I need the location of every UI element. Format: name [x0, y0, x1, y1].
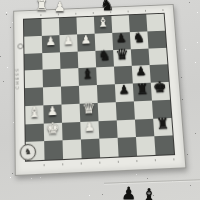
- piece-black-pawn-g5[interactable]: ♟: [135, 65, 146, 77]
- square-d1[interactable]: [81, 139, 100, 158]
- square-f3[interactable]: [116, 101, 135, 120]
- square-c6[interactable]: [60, 51, 78, 69]
- captured-black-knight[interactable]: ♞: [100, 0, 114, 13]
- piece-black-rook-h2[interactable]: ♜: [156, 116, 170, 131]
- captured-white-pawn[interactable]: ♟: [54, 0, 66, 13]
- square-c4[interactable]: [61, 86, 80, 105]
- square-d3[interactable]: ♛: [80, 103, 99, 122]
- square-d5[interactable]: ♝: [78, 68, 97, 86]
- piece-white-pawn-c7[interactable]: ♟: [63, 34, 74, 46]
- captured-black-bishop[interactable]: ♝: [141, 186, 157, 200]
- knight-icon: ♞: [24, 148, 31, 157]
- square-b6[interactable]: [42, 52, 60, 70]
- square-h6[interactable]: [148, 47, 167, 65]
- square-d2[interactable]: ♟: [80, 121, 99, 140]
- square-f5[interactable]: [114, 66, 133, 84]
- square-d7[interactable]: ♟: [77, 33, 95, 51]
- square-d8[interactable]: [76, 17, 94, 34]
- piece-white-queen-d3[interactable]: ♛: [82, 101, 96, 117]
- square-f2[interactable]: [117, 119, 136, 138]
- piece-white-king-b2[interactable]: ♚: [46, 121, 60, 137]
- square-a5[interactable]: [25, 70, 43, 88]
- square-h7[interactable]: [147, 30, 166, 48]
- square-f1[interactable]: [118, 137, 137, 156]
- square-f8[interactable]: [111, 15, 129, 32]
- square-c7[interactable]: ♟: [59, 34, 77, 52]
- square-e8[interactable]: ♝: [94, 16, 112, 33]
- square-h8[interactable]: [146, 14, 165, 31]
- board-grid: ♝♟♟♟♟♞♞♛♝♟♟♜♚♝♟♛♚♟♜: [23, 13, 175, 162]
- square-b7[interactable]: ♟: [42, 35, 60, 53]
- piece-black-bishop-d5[interactable]: ♝: [81, 67, 94, 81]
- square-c3[interactable]: [61, 104, 80, 123]
- square-f4[interactable]: ♟: [115, 83, 134, 101]
- square-g1[interactable]: [136, 136, 156, 155]
- square-b8[interactable]: [41, 18, 59, 35]
- piece-white-bishop-e8[interactable]: ♝: [96, 15, 109, 29]
- square-a6[interactable]: [24, 53, 42, 71]
- square-c8[interactable]: [59, 17, 77, 34]
- piece-white-pawn-b7[interactable]: ♟: [45, 35, 56, 47]
- piece-black-pawn-f7[interactable]: ♟: [116, 32, 127, 44]
- square-b5[interactable]: [43, 69, 61, 87]
- square-a2[interactable]: [25, 123, 44, 142]
- piece-white-bishop-a3[interactable]: ♝: [28, 104, 41, 119]
- square-e5[interactable]: [96, 67, 115, 85]
- piece-black-knight-g7[interactable]: ♞: [132, 30, 145, 44]
- piece-black-queen-f6[interactable]: ♛: [115, 47, 129, 62]
- square-e1[interactable]: [99, 138, 118, 157]
- square-g7[interactable]: ♞: [130, 31, 149, 49]
- piece-black-pawn-f4[interactable]: ♟: [118, 83, 129, 95]
- square-h2[interactable]: ♜: [153, 117, 173, 136]
- square-b2[interactable]: ♚: [44, 122, 63, 141]
- square-e3[interactable]: [98, 102, 117, 121]
- square-e2[interactable]: [98, 120, 117, 139]
- square-b4[interactable]: [43, 87, 62, 106]
- chess-board: CHESS ♝♟♟♟♟♞♞♛♝♟♟♜♚♝♟♛♚♟♜ ♞: [13, 4, 186, 176]
- square-e6[interactable]: ♞: [95, 50, 114, 68]
- square-b1[interactable]: [44, 141, 63, 160]
- piece-white-pawn-d2[interactable]: ♟: [84, 121, 95, 134]
- square-c1[interactable]: [63, 140, 82, 159]
- square-g6[interactable]: [131, 48, 150, 66]
- photo-background: CHESS ♝♟♟♟♟♞♞♛♝♟♟♜♚♝♟♛♚♟♜ ♞ ♜♟♞♟♝: [0, 0, 200, 200]
- captured-white-rook[interactable]: ♜: [35, 0, 48, 13]
- captured-black-pawn[interactable]: ♟: [121, 185, 136, 200]
- square-h4[interactable]: ♚: [151, 82, 170, 100]
- square-a8[interactable]: [24, 19, 42, 36]
- square-a7[interactable]: [24, 36, 42, 54]
- square-g3[interactable]: [134, 100, 153, 119]
- square-c2[interactable]: [62, 121, 81, 140]
- square-g4[interactable]: ♜: [133, 83, 152, 101]
- piece-black-knight-e6[interactable]: ♞: [98, 49, 111, 63]
- piece-black-rook-g4[interactable]: ♜: [135, 82, 148, 96]
- square-g2[interactable]: [135, 118, 154, 137]
- square-c5[interactable]: [60, 68, 78, 86]
- piece-white-pawn-b3[interactable]: ♟: [47, 104, 58, 117]
- piece-white-pawn-d7[interactable]: ♟: [81, 33, 92, 45]
- square-e4[interactable]: [97, 84, 116, 102]
- square-a3[interactable]: ♝: [25, 105, 44, 124]
- piece-black-king-h4[interactable]: ♚: [153, 80, 167, 95]
- square-f6[interactable]: ♛: [113, 49, 132, 67]
- square-h1[interactable]: [154, 136, 174, 155]
- brand-logo-icon: [17, 43, 23, 49]
